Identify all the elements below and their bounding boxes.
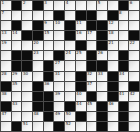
black-cell: [44, 72, 54, 81]
clue-number: 40: [76, 92, 81, 96]
crossword-cell[interactable]: [44, 51, 54, 60]
clue-number: 1: [2, 1, 5, 5]
black-cell: [12, 122, 22, 131]
clue-number: 23: [34, 51, 39, 55]
crossword-cell[interactable]: 3: [44, 1, 54, 10]
crossword-cell[interactable]: 34: [119, 72, 129, 81]
crossword-cell[interactable]: 22: [129, 41, 139, 50]
crossword-cell[interactable]: 18: [108, 31, 118, 40]
crossword-cell[interactable]: 2: [22, 1, 32, 10]
crossword-cell[interactable]: [129, 61, 139, 70]
crossword-cell[interactable]: 12: [108, 21, 118, 30]
black-cell: [97, 102, 107, 111]
crossword-cell[interactable]: 16: [76, 31, 86, 40]
black-cell: [87, 92, 97, 101]
crossword-cell[interactable]: 8: [119, 11, 129, 20]
clue-number: 17: [87, 31, 92, 35]
crossword-cell[interactable]: 20: [33, 41, 43, 50]
black-cell: [44, 61, 54, 70]
black-cell: [12, 21, 22, 30]
crossword-cell[interactable]: [1, 51, 11, 60]
crossword-cell[interactable]: [44, 41, 54, 50]
clue-number: 11: [76, 21, 81, 25]
clue-number: 8: [119, 11, 122, 15]
crossword-cell[interactable]: [65, 92, 75, 101]
crossword-cell[interactable]: [44, 11, 54, 20]
black-cell: [119, 112, 129, 121]
clue-number: 41: [119, 92, 124, 96]
black-cell: [65, 102, 75, 111]
crossword-cell[interactable]: [87, 1, 97, 10]
crossword-cell[interactable]: 45: [87, 102, 97, 111]
black-cell: [129, 82, 139, 91]
crossword-cell[interactable]: [33, 61, 43, 70]
black-cell: [97, 112, 107, 121]
crossword-cell[interactable]: 27: [54, 61, 64, 70]
crossword-cell[interactable]: [108, 1, 118, 10]
crossword-cell[interactable]: 41: [119, 92, 129, 101]
black-cell: [33, 21, 43, 30]
clue-number: 10: [55, 21, 60, 25]
black-cell: [33, 102, 43, 111]
clue-number: 13: [2, 31, 7, 35]
clue-number: 4: [66, 1, 69, 5]
crossword-cell[interactable]: 23: [33, 51, 43, 60]
clue-number: 29: [12, 72, 17, 76]
clue-number: 32: [87, 72, 92, 76]
crossword-cell[interactable]: [65, 72, 75, 81]
crossword-cell[interactable]: [108, 61, 118, 70]
crossword-cell[interactable]: [129, 72, 139, 81]
crossword-cell[interactable]: 40: [76, 92, 86, 101]
black-cell: [97, 122, 107, 131]
crossword-cell[interactable]: 43: [12, 102, 22, 111]
clue-number: 19: [2, 41, 7, 45]
clue-number: 42: [130, 92, 135, 96]
crossword-cell[interactable]: [44, 122, 54, 131]
crossword-cell[interactable]: [12, 41, 22, 50]
crossword-cell[interactable]: 39: [54, 92, 64, 101]
crossword-cell[interactable]: [33, 11, 43, 20]
black-cell: [119, 102, 129, 111]
crossword-cell[interactable]: [65, 82, 75, 91]
crossword-cell[interactable]: 26: [97, 51, 107, 60]
black-cell: [76, 11, 86, 20]
clue-number: 22: [130, 41, 135, 45]
clue-number: 3: [44, 1, 47, 5]
crossword-cell[interactable]: 33: [97, 72, 107, 81]
clue-number: 35: [12, 82, 17, 86]
black-cell: [1, 102, 11, 111]
black-cell: [12, 51, 22, 60]
clue-number: 46: [108, 102, 113, 106]
crossword-cell[interactable]: [119, 21, 129, 30]
black-cell: [54, 11, 64, 20]
black-cell: [33, 92, 43, 101]
crossword-cell[interactable]: 24: [65, 51, 75, 60]
clue-number: 2: [23, 1, 26, 5]
black-cell: [33, 82, 43, 91]
crossword-cell[interactable]: [65, 61, 75, 70]
crossword-cell[interactable]: 5: [97, 1, 107, 10]
black-cell: [65, 21, 75, 30]
clue-number: 20: [34, 41, 39, 45]
clue-number: 31: [55, 72, 60, 76]
crossword-cell[interactable]: 44: [76, 102, 86, 111]
clue-number: 51: [23, 122, 28, 126]
crossword-cell[interactable]: [97, 82, 107, 91]
black-cell: [87, 61, 97, 70]
crossword-cell[interactable]: 35: [12, 82, 22, 91]
black-cell: [54, 122, 64, 131]
crossword-cell[interactable]: 51: [22, 122, 32, 131]
black-cell: [12, 1, 22, 10]
clue-number: 30: [23, 72, 28, 76]
crossword-cell[interactable]: [76, 122, 86, 131]
crossword-cell[interactable]: 14: [12, 31, 22, 40]
black-cell: [108, 11, 118, 20]
crossword-cell[interactable]: 32: [87, 72, 97, 81]
clue-number: 52: [66, 122, 71, 126]
crossword-cell[interactable]: 37: [87, 82, 97, 91]
crossword-cell[interactable]: [22, 82, 32, 91]
crossword-cell[interactable]: 31: [54, 72, 64, 81]
black-cell: [87, 21, 97, 30]
crossword-cell[interactable]: [22, 41, 32, 50]
crossword-cell[interactable]: [54, 102, 64, 111]
black-cell: [87, 51, 97, 60]
black-cell: [22, 51, 32, 60]
clue-number: 9: [44, 21, 47, 25]
black-cell: [76, 82, 86, 91]
crossword-cell[interactable]: 49: [54, 112, 64, 121]
clue-number: 38: [2, 92, 7, 96]
black-cell: [44, 112, 54, 121]
crossword-cell[interactable]: 7: [1, 11, 11, 20]
crossword-cell[interactable]: 47: [1, 112, 11, 121]
clue-number: 34: [119, 72, 124, 76]
clue-number: 6: [130, 1, 133, 5]
black-cell: [97, 21, 107, 30]
black-cell: [108, 82, 118, 91]
clue-number: 37: [87, 82, 92, 86]
crossword-cell[interactable]: 15: [44, 31, 54, 40]
clue-number: 33: [98, 72, 103, 76]
crossword-cell[interactable]: [87, 41, 97, 50]
clue-number: 39: [55, 92, 60, 96]
clue-number: 15: [44, 31, 49, 35]
crossword-cell[interactable]: [54, 1, 64, 10]
crossword-cell[interactable]: [54, 41, 64, 50]
black-cell: [129, 31, 139, 40]
crossword-cell[interactable]: [1, 122, 11, 131]
crossword-cell[interactable]: 28: [1, 72, 11, 81]
crossword-cell[interactable]: [22, 21, 32, 30]
clue-number: 18: [108, 31, 113, 35]
crossword-cell[interactable]: [119, 31, 129, 40]
black-cell: [97, 61, 107, 70]
crossword-cell[interactable]: [12, 92, 22, 101]
crossword-cell[interactable]: 50: [65, 112, 75, 121]
crossword-cell[interactable]: [33, 72, 43, 81]
crossword-cell[interactable]: 30: [22, 72, 32, 81]
crossword-cell[interactable]: [129, 122, 139, 131]
crossword-cell[interactable]: [76, 1, 86, 10]
crossword-cell[interactable]: [22, 102, 32, 111]
clue-number: 43: [12, 102, 17, 106]
black-cell: [76, 41, 86, 50]
crossword-cell[interactable]: [76, 61, 86, 70]
crossword-cell[interactable]: 11: [76, 21, 86, 30]
black-cell: [22, 31, 32, 40]
black-cell: [65, 31, 75, 40]
crossword-cell[interactable]: 19: [1, 41, 11, 50]
crossword-cell[interactable]: [129, 11, 139, 20]
crossword-cell[interactable]: 38: [1, 92, 11, 101]
crossword-cell[interactable]: [97, 92, 107, 101]
clue-number: 44: [76, 102, 81, 106]
crossword-cell[interactable]: [33, 122, 43, 131]
crossword-cell[interactable]: [1, 21, 11, 30]
crossword-cell[interactable]: [129, 21, 139, 30]
crossword-cell[interactable]: [97, 11, 107, 20]
crossword-cell[interactable]: [12, 11, 22, 20]
clue-number: 5: [98, 1, 101, 5]
black-cell: [22, 61, 32, 70]
crossword-cell[interactable]: 6: [129, 1, 139, 10]
crossword-cell[interactable]: [108, 51, 118, 60]
black-cell: [33, 31, 43, 40]
crossword-cell[interactable]: [119, 41, 129, 50]
crossword-cell[interactable]: 29: [12, 72, 22, 81]
clue-number: 49: [55, 112, 60, 116]
black-cell: [119, 1, 129, 10]
crossword-cell[interactable]: [54, 31, 64, 40]
black-cell: [12, 61, 22, 70]
crossword-grid: 1234567891011121314151617181920212223242…: [0, 0, 140, 132]
crossword-cell[interactable]: [54, 82, 64, 91]
crossword-cell[interactable]: 36: [44, 82, 54, 91]
crossword-cell[interactable]: [22, 92, 32, 101]
black-cell: [87, 11, 97, 20]
crossword-cell[interactable]: 21: [108, 41, 118, 50]
crossword-cell[interactable]: [87, 112, 97, 121]
crossword-cell[interactable]: 48: [33, 112, 43, 121]
crossword-cell[interactable]: 13: [1, 31, 11, 40]
clue-number: 25: [76, 51, 81, 55]
clue-number: 14: [12, 31, 17, 35]
crossword-cell[interactable]: [22, 11, 32, 20]
clue-number: 47: [2, 112, 7, 116]
clue-number: 36: [44, 82, 49, 86]
crossword-cell[interactable]: [129, 102, 139, 111]
black-cell: [76, 72, 86, 81]
crossword-cell[interactable]: [65, 41, 75, 50]
clue-number: 45: [87, 102, 92, 106]
black-cell: [119, 61, 129, 70]
clue-number: 27: [55, 61, 60, 65]
clue-number: 28: [2, 72, 7, 76]
black-cell: [44, 92, 54, 101]
clue-number: 7: [2, 11, 5, 15]
black-cell: [119, 51, 129, 60]
crossword-cell[interactable]: [22, 112, 32, 121]
crossword-cell[interactable]: 25: [76, 51, 86, 60]
crossword-cell[interactable]: [129, 112, 139, 121]
clue-number: 26: [98, 51, 103, 55]
crossword-cell[interactable]: 10: [54, 21, 64, 30]
crossword-cell[interactable]: 42: [129, 92, 139, 101]
black-cell: [108, 92, 118, 101]
clue-number: 16: [76, 31, 81, 35]
crossword-cell[interactable]: [65, 11, 75, 20]
crossword-cell[interactable]: [12, 112, 22, 121]
black-cell: [119, 122, 129, 131]
crossword-cell[interactable]: [129, 51, 139, 60]
crossword-cell[interactable]: [108, 122, 118, 131]
black-cell: [54, 51, 64, 60]
crossword-cell[interactable]: 52: [65, 122, 75, 131]
clue-number: 21: [108, 41, 113, 45]
clue-number: 48: [34, 112, 39, 116]
clue-number: 24: [66, 51, 71, 55]
crossword-cell[interactable]: [108, 112, 118, 121]
black-cell: [97, 31, 107, 40]
crossword-cell[interactable]: [87, 122, 97, 131]
black-cell: [44, 102, 54, 111]
black-cell: [33, 1, 43, 10]
clue-number: 50: [66, 112, 71, 116]
black-cell: [97, 41, 107, 50]
black-cell: [1, 82, 11, 91]
black-cell: [108, 72, 118, 81]
black-cell: [76, 112, 86, 121]
crossword-cell[interactable]: 4: [65, 1, 75, 10]
crossword-cell[interactable]: 17: [87, 31, 97, 40]
crossword-cell[interactable]: 9: [44, 21, 54, 30]
crossword-cell[interactable]: 1: [1, 1, 11, 10]
crossword-cell[interactable]: [1, 61, 11, 70]
crossword-cell[interactable]: [119, 82, 129, 91]
crossword-cell[interactable]: 46: [108, 102, 118, 111]
clue-number: 12: [108, 21, 113, 25]
